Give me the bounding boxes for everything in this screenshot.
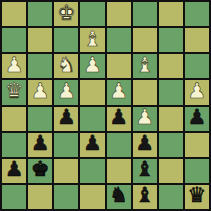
piece-white-pawn: ♟ [83, 55, 102, 76]
square-d4[interactable] [80, 107, 104, 131]
square-d1[interactable] [80, 185, 104, 209]
square-h4[interactable]: ♟ [185, 107, 209, 131]
square-g5[interactable] [159, 80, 183, 104]
square-d7[interactable]: ♝ [80, 28, 104, 52]
piece-black-pawn: ♟ [57, 107, 76, 128]
square-c7[interactable] [54, 28, 78, 52]
square-b4[interactable] [28, 107, 52, 131]
piece-white-knight: ♞ [57, 55, 76, 76]
piece-white-pawn: ♟ [5, 55, 24, 76]
square-e8[interactable] [107, 2, 131, 26]
square-e2[interactable] [107, 159, 131, 183]
square-b5[interactable]: ♟ [28, 80, 52, 104]
square-d3[interactable]: ♟ [80, 133, 104, 157]
square-h1[interactable]: ♛ [185, 185, 209, 209]
square-c5[interactable]: ♟ [54, 80, 78, 104]
square-f6[interactable]: ♝ [133, 54, 157, 78]
square-d6[interactable]: ♟ [80, 54, 104, 78]
square-d8[interactable] [80, 2, 104, 26]
square-a4[interactable] [2, 107, 26, 131]
piece-black-knight: ♞ [109, 185, 128, 206]
square-h2[interactable] [185, 159, 209, 183]
piece-black-pawn: ♟ [31, 133, 50, 154]
piece-white-pawn: ♟ [57, 81, 76, 102]
square-b3[interactable]: ♟ [28, 133, 52, 157]
piece-black-queen: ♛ [188, 185, 207, 206]
piece-white-pawn: ♟ [31, 81, 50, 102]
piece-white-king: ♚ [57, 3, 76, 24]
square-e3[interactable] [107, 133, 131, 157]
square-f8[interactable] [133, 2, 157, 26]
square-h8[interactable] [185, 2, 209, 26]
square-e6[interactable] [107, 54, 131, 78]
square-e5[interactable]: ♟ [107, 80, 131, 104]
square-b6[interactable] [28, 54, 52, 78]
square-g7[interactable] [159, 28, 183, 52]
square-h6[interactable] [185, 54, 209, 78]
square-g6[interactable] [159, 54, 183, 78]
square-g3[interactable] [159, 133, 183, 157]
square-d2[interactable] [80, 159, 104, 183]
square-c8[interactable]: ♚ [54, 2, 78, 26]
square-g8[interactable] [159, 2, 183, 26]
square-f3[interactable]: ♟ [133, 133, 157, 157]
square-a1[interactable] [2, 185, 26, 209]
square-c4[interactable]: ♟ [54, 107, 78, 131]
square-f7[interactable] [133, 28, 157, 52]
square-f4[interactable]: ♟ [133, 107, 157, 131]
square-e7[interactable] [107, 28, 131, 52]
square-c6[interactable]: ♞ [54, 54, 78, 78]
piece-black-pawn: ♟ [109, 107, 128, 128]
piece-black-bishop: ♝ [135, 185, 154, 206]
square-b1[interactable] [28, 185, 52, 209]
square-h3[interactable] [185, 133, 209, 157]
square-e4[interactable]: ♟ [107, 107, 131, 131]
piece-black-king: ♚ [31, 159, 50, 180]
chess-diagram: ♚♝♟♞♟♝♛♟♟♟♟♟♟♟♟♟♟♟♟♚♝♞♝♛ [0, 0, 211, 211]
square-c2[interactable] [54, 159, 78, 183]
square-c3[interactable] [54, 133, 78, 157]
piece-black-bishop: ♝ [135, 159, 154, 180]
piece-black-pawn: ♟ [83, 133, 102, 154]
square-f5[interactable] [133, 80, 157, 104]
square-b7[interactable] [28, 28, 52, 52]
square-a2[interactable]: ♟ [2, 159, 26, 183]
square-c1[interactable] [54, 185, 78, 209]
chess-board: ♚♝♟♞♟♝♛♟♟♟♟♟♟♟♟♟♟♟♟♚♝♞♝♛ [0, 0, 211, 211]
piece-white-pawn: ♟ [109, 81, 128, 102]
piece-white-bishop: ♝ [83, 29, 102, 50]
square-a7[interactable] [2, 28, 26, 52]
square-a5[interactable]: ♛ [2, 80, 26, 104]
piece-white-pawn: ♟ [188, 81, 207, 102]
square-b8[interactable] [28, 2, 52, 26]
piece-white-bishop: ♝ [135, 55, 154, 76]
piece-white-pawn: ♟ [135, 107, 154, 128]
square-a6[interactable]: ♟ [2, 54, 26, 78]
piece-white-queen: ♛ [5, 81, 24, 102]
piece-black-pawn: ♟ [188, 107, 207, 128]
square-h7[interactable] [185, 28, 209, 52]
piece-black-pawn: ♟ [5, 159, 24, 180]
square-a3[interactable] [2, 133, 26, 157]
square-d5[interactable] [80, 80, 104, 104]
square-g2[interactable] [159, 159, 183, 183]
square-g4[interactable] [159, 107, 183, 131]
square-f1[interactable]: ♝ [133, 185, 157, 209]
square-h5[interactable]: ♟ [185, 80, 209, 104]
square-a8[interactable] [2, 2, 26, 26]
square-e1[interactable]: ♞ [107, 185, 131, 209]
square-b2[interactable]: ♚ [28, 159, 52, 183]
square-f2[interactable]: ♝ [133, 159, 157, 183]
square-g1[interactable] [159, 185, 183, 209]
piece-black-pawn: ♟ [135, 133, 154, 154]
